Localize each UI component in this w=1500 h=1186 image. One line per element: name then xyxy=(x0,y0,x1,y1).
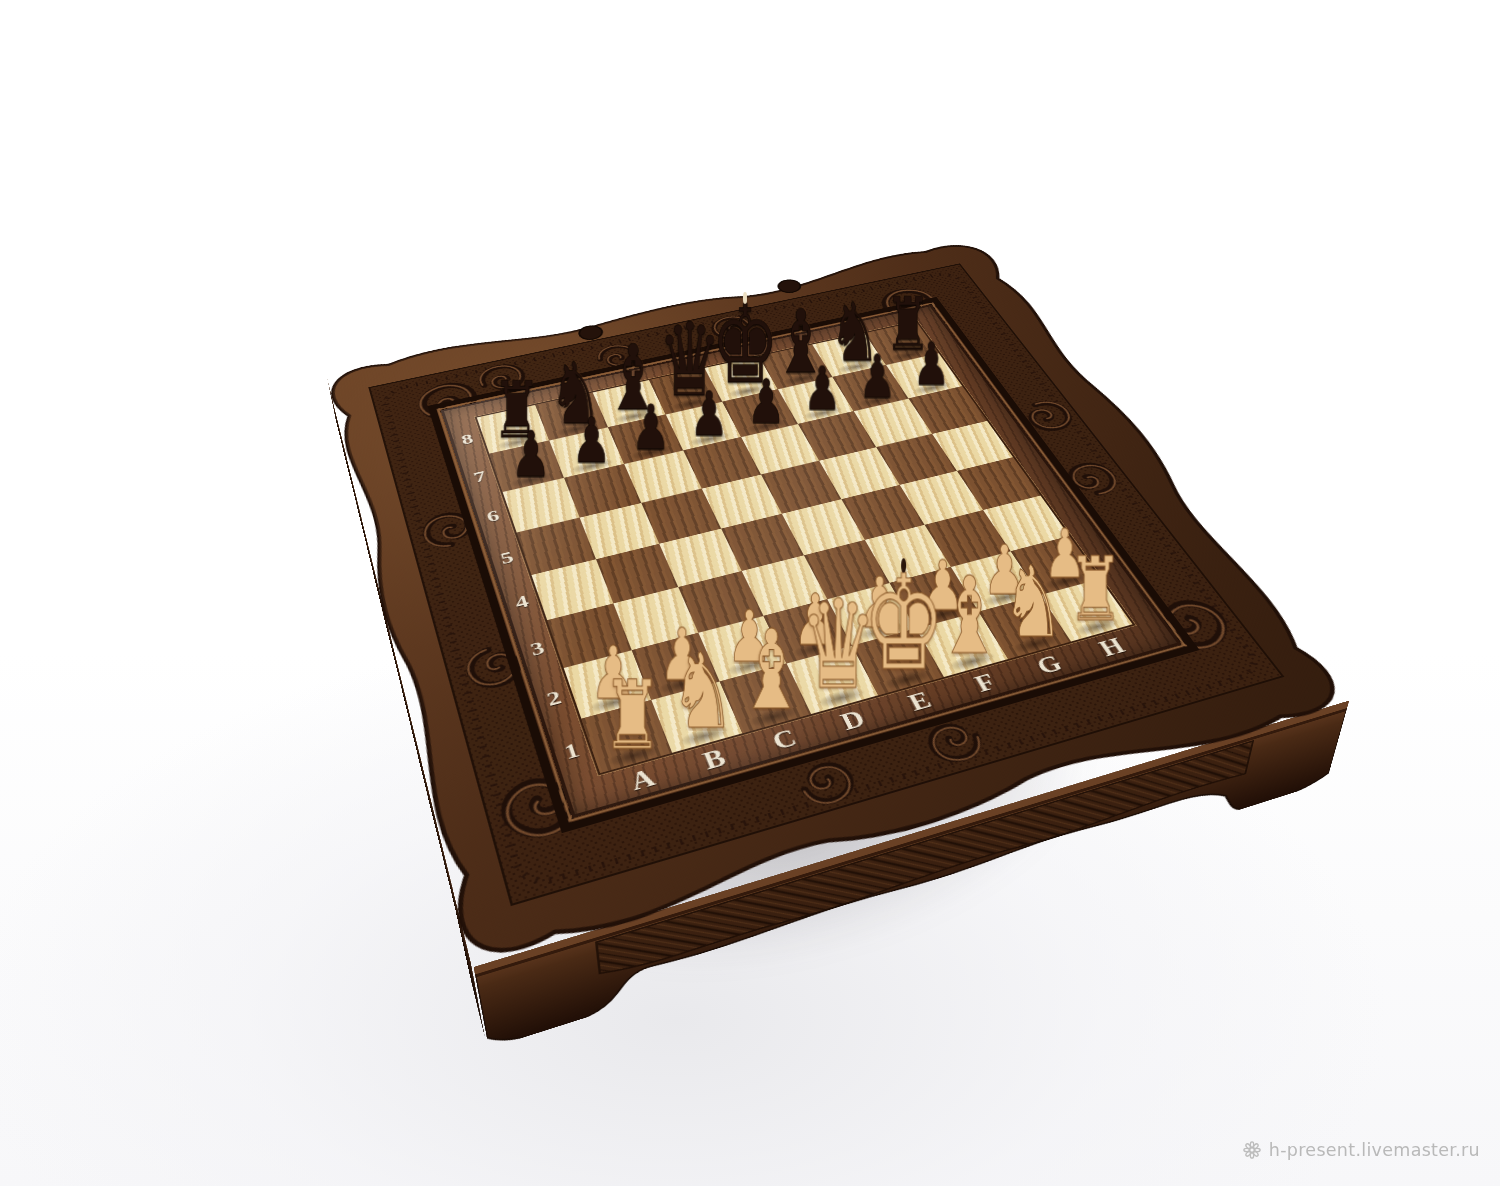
flower-icon xyxy=(1243,1141,1261,1159)
black-pawn[interactable]: ♟ xyxy=(747,371,785,432)
watermark-text: h-present.livemaster.ru xyxy=(1269,1140,1480,1160)
black-pawn[interactable]: ♟ xyxy=(572,409,611,471)
black-pawn[interactable]: ♟ xyxy=(913,334,950,393)
chess-board: 87654321 ABCDEFGH ♜♞♝♛♚♝♞♜♟♟♟♟♟♟♟♟♟♟♟♟♟♟… xyxy=(321,237,1356,970)
white-rook[interactable]: ♜ xyxy=(1068,546,1123,634)
white-queen[interactable]: ♛ xyxy=(799,583,877,706)
product-photo-canvas: 87654321 ABCDEFGH ♜♞♝♛♚♝♞♜♟♟♟♟♟♟♟♟♟♟♟♟♟♟… xyxy=(0,0,1500,1186)
black-pawn[interactable]: ♟ xyxy=(511,423,551,486)
black-pawn[interactable]: ♟ xyxy=(690,383,729,444)
watermark: h-present.livemaster.ru xyxy=(1243,1140,1480,1160)
white-bishop[interactable]: ♝ xyxy=(737,615,806,725)
black-pawn[interactable]: ♟ xyxy=(631,396,670,458)
black-pawn[interactable]: ♟ xyxy=(803,358,841,418)
white-bishop[interactable]: ♝ xyxy=(936,563,1003,669)
white-knight[interactable]: ♞ xyxy=(670,640,735,744)
black-pawn[interactable]: ♟ xyxy=(859,346,897,406)
white-knight[interactable]: ♞ xyxy=(1002,553,1064,651)
white-rook[interactable]: ♜ xyxy=(602,668,662,763)
scene: 87654321 ABCDEFGH ♜♞♝♛♚♝♞♜♟♟♟♟♟♟♟♟♟♟♟♟♟♟… xyxy=(0,0,1500,1186)
